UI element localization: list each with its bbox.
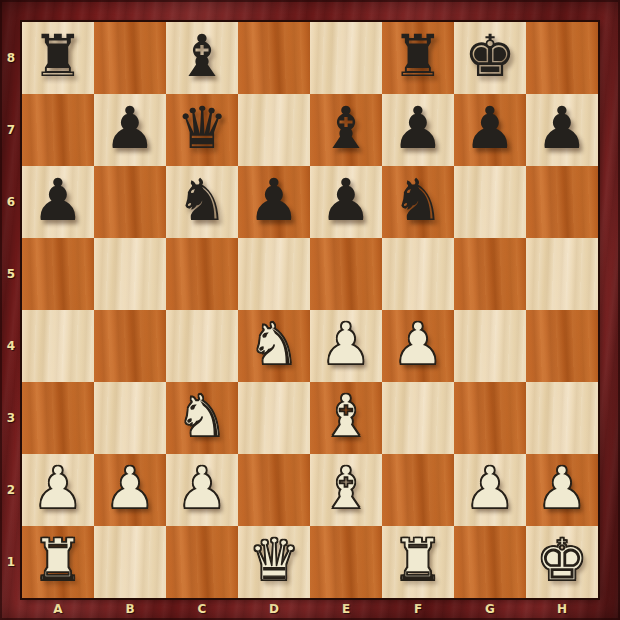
square-c8[interactable]: ♝ <box>166 22 238 94</box>
black-pawn-e6: ♟ <box>320 171 372 229</box>
square-e4[interactable]: ♟ <box>310 310 382 382</box>
square-a4[interactable] <box>22 310 94 382</box>
white-bishop-e2: ♝ <box>320 459 372 517</box>
square-d8[interactable] <box>238 22 310 94</box>
white-pawn-e4: ♟ <box>320 315 372 373</box>
black-pawn-g7: ♟ <box>464 99 516 157</box>
rank-label-1: 1 <box>0 526 22 598</box>
file-label-b: B <box>94 598 166 620</box>
square-c3[interactable]: ♞ <box>166 382 238 454</box>
white-pawn-f4: ♟ <box>392 315 444 373</box>
square-g8[interactable]: ♚ <box>454 22 526 94</box>
rank-label-7: 7 <box>0 94 22 166</box>
file-label-h: H <box>526 598 598 620</box>
black-king-g8: ♚ <box>464 27 516 85</box>
square-e2[interactable]: ♝ <box>310 454 382 526</box>
rank-label-2: 2 <box>0 454 22 526</box>
square-c7[interactable]: ♛ <box>166 94 238 166</box>
black-pawn-a6: ♟ <box>32 171 84 229</box>
square-a3[interactable] <box>22 382 94 454</box>
white-bishop-e3: ♝ <box>320 387 372 445</box>
black-pawn-d6: ♟ <box>248 171 300 229</box>
square-d1[interactable]: ♛ <box>238 526 310 598</box>
square-h4[interactable] <box>526 310 598 382</box>
square-a5[interactable] <box>22 238 94 310</box>
square-d5[interactable] <box>238 238 310 310</box>
square-h8[interactable] <box>526 22 598 94</box>
file-labels: ABCDEFGH <box>22 598 598 620</box>
square-g6[interactable] <box>454 166 526 238</box>
white-knight-d4: ♞ <box>248 315 300 373</box>
black-rook-f8: ♜ <box>392 27 444 85</box>
white-pawn-c2: ♟ <box>176 459 228 517</box>
square-h5[interactable] <box>526 238 598 310</box>
black-pawn-h7: ♟ <box>536 99 588 157</box>
chess-board: ♜♝♜♚♟♛♝♟♟♟♟♞♟♟♞♞♟♟♞♝♟♟♟♝♟♟♜♛♜♚ <box>22 22 598 598</box>
square-b7[interactable]: ♟ <box>94 94 166 166</box>
square-e8[interactable] <box>310 22 382 94</box>
rank-label-5: 5 <box>0 238 22 310</box>
square-e5[interactable] <box>310 238 382 310</box>
square-a7[interactable] <box>22 94 94 166</box>
file-label-g: G <box>454 598 526 620</box>
square-d4[interactable]: ♞ <box>238 310 310 382</box>
white-king-h1: ♚ <box>536 531 588 589</box>
white-pawn-b2: ♟ <box>104 459 156 517</box>
square-a6[interactable]: ♟ <box>22 166 94 238</box>
white-pawn-a2: ♟ <box>32 459 84 517</box>
rank-label-3: 3 <box>0 382 22 454</box>
square-f8[interactable]: ♜ <box>382 22 454 94</box>
square-d6[interactable]: ♟ <box>238 166 310 238</box>
square-b1[interactable] <box>94 526 166 598</box>
black-rook-a8: ♜ <box>32 27 84 85</box>
square-f7[interactable]: ♟ <box>382 94 454 166</box>
square-f1[interactable]: ♜ <box>382 526 454 598</box>
square-g7[interactable]: ♟ <box>454 94 526 166</box>
black-knight-c6: ♞ <box>176 171 228 229</box>
square-g1[interactable] <box>454 526 526 598</box>
file-label-e: E <box>310 598 382 620</box>
square-c5[interactable] <box>166 238 238 310</box>
square-h3[interactable] <box>526 382 598 454</box>
square-b2[interactable]: ♟ <box>94 454 166 526</box>
square-c6[interactable]: ♞ <box>166 166 238 238</box>
square-g3[interactable] <box>454 382 526 454</box>
square-d3[interactable] <box>238 382 310 454</box>
square-h2[interactable]: ♟ <box>526 454 598 526</box>
square-b6[interactable] <box>94 166 166 238</box>
white-knight-c3: ♞ <box>176 387 228 445</box>
white-queen-d1: ♛ <box>248 531 300 589</box>
square-d7[interactable] <box>238 94 310 166</box>
square-b5[interactable] <box>94 238 166 310</box>
square-b4[interactable] <box>94 310 166 382</box>
square-e6[interactable]: ♟ <box>310 166 382 238</box>
square-g5[interactable] <box>454 238 526 310</box>
file-label-c: C <box>166 598 238 620</box>
square-a1[interactable]: ♜ <box>22 526 94 598</box>
square-d2[interactable] <box>238 454 310 526</box>
square-f3[interactable] <box>382 382 454 454</box>
black-pawn-b7: ♟ <box>104 99 156 157</box>
white-pawn-h2: ♟ <box>536 459 588 517</box>
black-queen-c7: ♛ <box>176 99 228 157</box>
square-h6[interactable] <box>526 166 598 238</box>
black-bishop-c8: ♝ <box>176 27 228 85</box>
square-b8[interactable] <box>94 22 166 94</box>
board-frame: 87654321 ABCDEFGH ♜♝♜♚♟♛♝♟♟♟♟♞♟♟♞♞♟♟♞♝♟♟… <box>0 0 620 620</box>
square-c4[interactable] <box>166 310 238 382</box>
square-f6[interactable]: ♞ <box>382 166 454 238</box>
square-e1[interactable] <box>310 526 382 598</box>
file-label-f: F <box>382 598 454 620</box>
square-f4[interactable]: ♟ <box>382 310 454 382</box>
square-f5[interactable] <box>382 238 454 310</box>
square-g4[interactable] <box>454 310 526 382</box>
white-rook-a1: ♜ <box>32 531 84 589</box>
rank-labels: 87654321 <box>0 22 22 598</box>
square-a8[interactable]: ♜ <box>22 22 94 94</box>
white-rook-f1: ♜ <box>392 531 444 589</box>
black-pawn-f7: ♟ <box>392 99 444 157</box>
file-label-d: D <box>238 598 310 620</box>
white-pawn-g2: ♟ <box>464 459 516 517</box>
square-b3[interactable] <box>94 382 166 454</box>
black-knight-f6: ♞ <box>392 171 444 229</box>
square-g2[interactable]: ♟ <box>454 454 526 526</box>
square-c2[interactable]: ♟ <box>166 454 238 526</box>
rank-label-6: 6 <box>0 166 22 238</box>
square-a2[interactable]: ♟ <box>22 454 94 526</box>
file-label-a: A <box>22 598 94 620</box>
square-f2[interactable] <box>382 454 454 526</box>
square-h7[interactable]: ♟ <box>526 94 598 166</box>
square-e7[interactable]: ♝ <box>310 94 382 166</box>
square-e3[interactable]: ♝ <box>310 382 382 454</box>
rank-label-4: 4 <box>0 310 22 382</box>
square-h1[interactable]: ♚ <box>526 526 598 598</box>
rank-label-8: 8 <box>0 22 22 94</box>
black-bishop-e7: ♝ <box>320 99 372 157</box>
square-c1[interactable] <box>166 526 238 598</box>
